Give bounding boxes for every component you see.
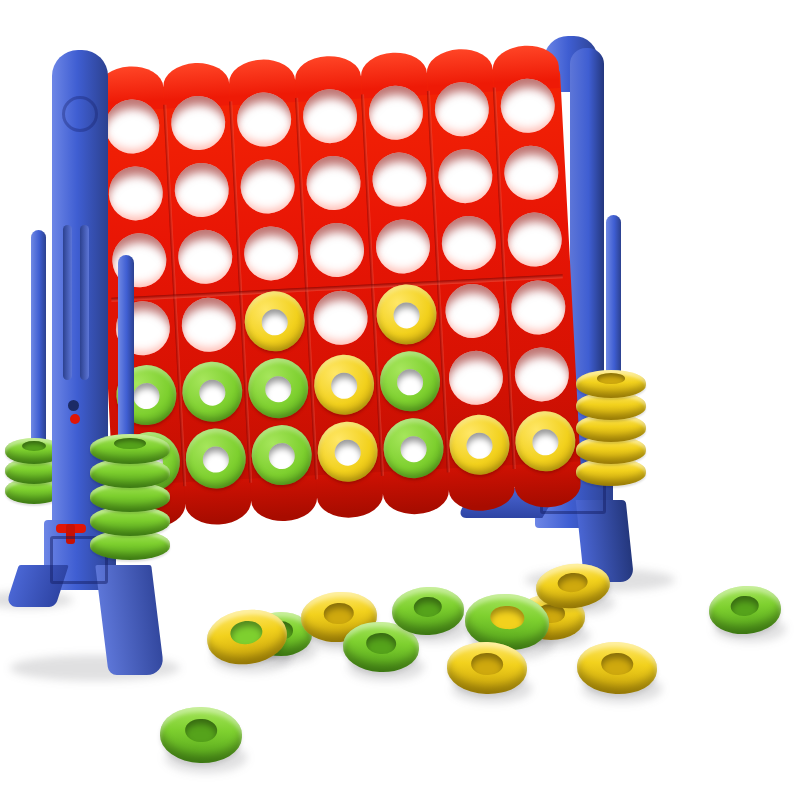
ring-center-hole xyxy=(334,439,361,466)
rear-left-post-stack-post xyxy=(31,230,46,452)
empty-hole xyxy=(170,94,227,151)
ring-center-hole xyxy=(532,429,559,456)
board-cell-r2c2 xyxy=(167,155,236,226)
yellow-ring-piece xyxy=(316,420,379,483)
board-cell-r4c5 xyxy=(372,279,441,350)
green-ring-piece xyxy=(181,360,244,423)
ground-ring-hole xyxy=(730,595,760,617)
board-cell-r1c3 xyxy=(229,84,298,155)
ring-center-hole xyxy=(268,443,295,470)
board-cell-r3c4 xyxy=(302,215,371,286)
board-cell-r1c4 xyxy=(295,80,364,151)
board-cell-r6c3 xyxy=(247,420,316,491)
empty-hole xyxy=(302,87,359,144)
board-cell-r2c1 xyxy=(101,158,170,229)
ring-center-hole xyxy=(400,436,427,463)
empty-hole xyxy=(506,212,563,269)
yellow-ring-piece xyxy=(375,283,438,346)
empty-hole xyxy=(180,296,237,353)
board-cell-r3c6 xyxy=(434,208,503,279)
board-cell-r6c4 xyxy=(313,417,382,488)
board-cell-r5c6 xyxy=(441,342,510,413)
empty-hole xyxy=(368,84,425,141)
left-leg-recess-circle xyxy=(62,96,98,132)
board-cell-r4c6 xyxy=(438,275,507,346)
board-cell-r3c7 xyxy=(500,205,569,276)
stack-top-hole xyxy=(22,441,45,451)
green-stacked-ring xyxy=(90,434,170,464)
ring-center-hole xyxy=(393,301,420,328)
ground-ring-hole xyxy=(323,601,355,624)
empty-hole xyxy=(312,289,369,346)
board-cell-r1c7 xyxy=(493,70,562,141)
empty-hole xyxy=(243,225,300,282)
empty-hole xyxy=(510,279,567,336)
connect-four-board xyxy=(91,44,583,530)
board-cell-r4c4 xyxy=(306,282,375,353)
green-ring-piece xyxy=(184,427,247,490)
ring-center-hole xyxy=(199,379,226,406)
ring-center-hole xyxy=(133,382,160,409)
stack-top-hole xyxy=(597,373,625,384)
empty-hole xyxy=(309,222,366,279)
green-ring-piece xyxy=(250,424,313,487)
board-cell-r3c3 xyxy=(236,218,305,289)
board-grid xyxy=(98,70,581,498)
yellow-ring-piece xyxy=(514,410,577,473)
board-cell-r2c7 xyxy=(497,137,566,208)
ring-center-hole xyxy=(331,372,358,399)
right-post-stack-post xyxy=(606,215,621,384)
ring-center-hole xyxy=(396,369,423,396)
green-ring-piece xyxy=(382,417,445,480)
yellow-ring-piece xyxy=(448,414,511,477)
ground-ring-hole xyxy=(413,596,443,618)
ring-center-hole xyxy=(261,308,288,335)
left-leg-groove xyxy=(80,225,89,380)
front-left-post-stack-post xyxy=(118,255,134,448)
empty-hole xyxy=(499,77,556,134)
board-cell-r1c6 xyxy=(427,74,496,145)
empty-hole xyxy=(503,144,560,201)
board-cell-r2c3 xyxy=(233,151,302,222)
empty-hole xyxy=(371,151,428,208)
ring-center-hole xyxy=(265,376,292,403)
empty-hole xyxy=(239,158,296,215)
board-cell-r6c7 xyxy=(511,406,580,477)
ground-ring-hole xyxy=(601,652,634,675)
board-cell-r5c5 xyxy=(375,346,444,417)
yellow-ring-piece xyxy=(243,289,306,352)
board-cell-r4c2 xyxy=(174,289,243,360)
board-cell-r3c2 xyxy=(171,222,240,293)
red-pin xyxy=(70,414,80,424)
board-cell-r2c6 xyxy=(431,141,500,212)
giant-connect-four-photo xyxy=(0,0,800,800)
ground-ring-hole xyxy=(490,605,525,631)
board-cell-r4c3 xyxy=(240,286,309,357)
ground-ring-hole xyxy=(471,652,504,675)
empty-hole xyxy=(236,91,293,148)
ground-ring-hole xyxy=(184,718,218,743)
ground-ring-hole xyxy=(557,572,588,593)
board-cell-r2c4 xyxy=(299,148,368,219)
empty-hole xyxy=(173,162,230,219)
left-leg-groove xyxy=(63,225,72,380)
board-cell-r2c5 xyxy=(365,144,434,215)
ground-ring-hole xyxy=(365,632,396,655)
stack-top-hole xyxy=(114,438,146,449)
empty-hole xyxy=(375,218,432,275)
board-cell-r5c4 xyxy=(309,349,378,420)
board-cell-r5c7 xyxy=(507,339,576,410)
yellow-ring-piece xyxy=(313,353,376,416)
board-cell-r5c2 xyxy=(178,356,247,427)
empty-hole xyxy=(513,346,570,403)
empty-hole xyxy=(437,148,494,205)
empty-hole xyxy=(433,81,490,138)
yellow-stacked-ring xyxy=(576,370,646,398)
board-cell-r3c1 xyxy=(105,225,174,296)
empty-hole xyxy=(305,155,362,212)
empty-hole xyxy=(177,229,234,286)
green-ring-piece xyxy=(379,350,442,413)
empty-hole xyxy=(444,282,501,339)
ring-center-hole xyxy=(466,432,493,459)
ground-ring-hole xyxy=(229,619,264,646)
board-cell-r1c5 xyxy=(361,77,430,148)
ring-center-hole xyxy=(202,446,229,473)
empty-hole xyxy=(104,98,161,155)
board-cell-r6c2 xyxy=(181,424,250,495)
left-leg-pin-hole xyxy=(68,400,79,411)
empty-hole xyxy=(107,165,164,222)
board-cell-r1c2 xyxy=(163,87,232,158)
board-cell-r3c5 xyxy=(368,211,437,282)
green-ring-piece xyxy=(247,357,310,420)
empty-hole xyxy=(441,215,498,272)
board-cell-r6c6 xyxy=(445,410,514,481)
board-cell-r4c7 xyxy=(504,272,573,343)
board-cell-r5c3 xyxy=(243,353,312,424)
board-cell-r6c5 xyxy=(379,413,448,484)
empty-hole xyxy=(448,349,505,406)
